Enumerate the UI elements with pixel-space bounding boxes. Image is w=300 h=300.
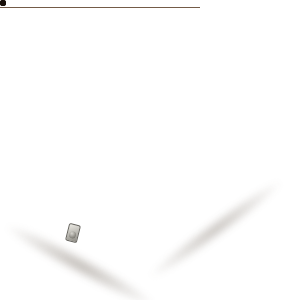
chessboard [0, 0, 280, 280]
fold-seam [0, 139, 280, 141]
product-photo-stage [0, 0, 300, 300]
